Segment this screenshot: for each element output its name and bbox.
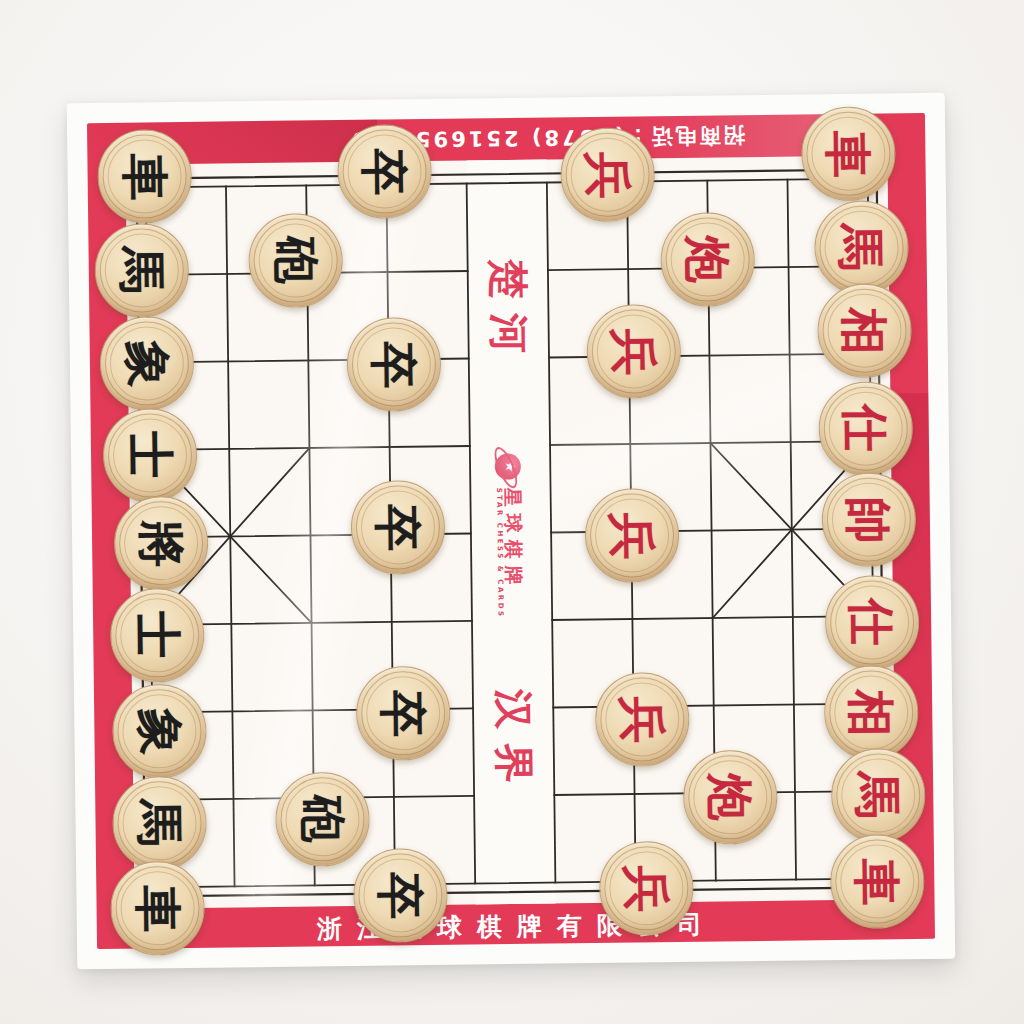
piece-character: 卒 <box>374 504 422 552</box>
piece-character: 兵 <box>584 151 632 199</box>
piece-character: 砲 <box>272 236 320 284</box>
piece-character: 卒 <box>370 341 418 389</box>
piece-red-horse[interactable]: 馬 <box>831 747 926 842</box>
photo-backdrop: 招商电话：(0578) 2516955 28 浙江星球棋牌有限公司 楚河 汉界 … <box>0 0 1024 1024</box>
piece-character: 兵 <box>619 696 667 744</box>
piece-red-cannon[interactable]: 炮 <box>660 212 755 307</box>
piece-character: 士 <box>126 431 174 479</box>
piece-character: 馬 <box>118 246 166 294</box>
piece-character: 將 <box>137 519 185 567</box>
planet-icon: ★ <box>495 453 521 479</box>
piece-character: 卒 <box>360 148 408 196</box>
piece-character: 兵 <box>623 865 671 913</box>
xiangqi-board: 招商电话：(0578) 2516955 28 浙江星球棋牌有限公司 楚河 汉界 … <box>67 93 956 970</box>
piece-black-soldier[interactable]: 卒 <box>355 666 450 761</box>
piece-character: 馬 <box>838 223 886 271</box>
piece-black-soldier[interactable]: 卒 <box>346 317 441 412</box>
piece-character: 馬 <box>136 799 184 847</box>
piece-character: 砲 <box>299 795 347 843</box>
river-label-hanjie: 汉界 <box>485 689 541 798</box>
piece-character: 車 <box>134 885 182 933</box>
piece-red-advisor[interactable]: 仕 <box>825 575 920 670</box>
piece-character: 兵 <box>609 512 657 560</box>
river-label-chuhe: 楚河 <box>480 259 536 368</box>
piece-black-advisor[interactable]: 士 <box>102 407 197 502</box>
brand-logo: ★ 星球棋牌 STAR CHESS & CARDS <box>494 453 523 618</box>
piece-character: 帥 <box>845 496 893 544</box>
piece-character: 卒 <box>379 690 427 738</box>
piece-black-soldier[interactable]: 卒 <box>350 480 445 575</box>
piece-black-advisor[interactable]: 士 <box>110 587 205 682</box>
piece-character: 兵 <box>610 328 658 376</box>
piece-character: 士 <box>133 611 181 659</box>
piece-character: 象 <box>123 340 171 388</box>
piece-character: 相 <box>841 307 889 355</box>
brand-tagline: STAR CHESS & CARDS <box>495 488 504 619</box>
piece-character: 仕 <box>842 404 890 452</box>
piece-black-horse[interactable]: 馬 <box>94 222 189 317</box>
piece-character: 車 <box>853 858 901 906</box>
piece-character: 象 <box>136 708 184 756</box>
brand-name: 星球棋牌 <box>502 487 524 618</box>
piece-character: 炮 <box>683 235 731 283</box>
piece-character: 卒 <box>376 872 424 920</box>
piece-character: 仕 <box>848 598 896 646</box>
piece-character: 車 <box>121 153 169 201</box>
piece-black-soldier[interactable]: 卒 <box>337 124 432 219</box>
piece-character: 車 <box>825 130 873 178</box>
piece-character: 相 <box>847 689 895 737</box>
piece-black-soldier[interactable]: 卒 <box>353 848 448 943</box>
piece-red-cannon[interactable]: 炮 <box>682 749 777 844</box>
piece-character: 馬 <box>854 771 902 819</box>
piece-character: 炮 <box>706 773 754 821</box>
star-icon: ★ <box>503 453 518 479</box>
piece-red-horse[interactable]: 馬 <box>814 200 909 295</box>
piece-red-advisor[interactable]: 仕 <box>818 381 913 476</box>
piece-black-horse[interactable]: 馬 <box>112 775 207 870</box>
